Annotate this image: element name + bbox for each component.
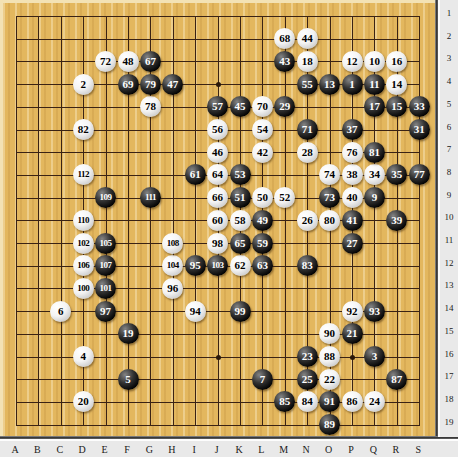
stone-O18: 91 bbox=[319, 391, 340, 412]
stone-L6: 54 bbox=[252, 119, 273, 140]
stone-O19: 89 bbox=[319, 414, 340, 435]
stone-K9: 51 bbox=[230, 187, 251, 208]
stone-G3: 67 bbox=[140, 51, 161, 72]
row-label-12: 12 bbox=[445, 258, 454, 268]
stone-S5: 33 bbox=[409, 96, 430, 117]
stone-D8: 112 bbox=[73, 164, 94, 185]
stone-N4: 55 bbox=[297, 74, 318, 95]
stone-M2: 68 bbox=[274, 28, 295, 49]
stone-D16: 4 bbox=[73, 346, 94, 367]
stone-O9: 73 bbox=[319, 187, 340, 208]
column-label-A: A bbox=[11, 444, 18, 455]
star-point bbox=[350, 355, 355, 360]
stone-L11: 59 bbox=[252, 233, 273, 254]
row-label-7: 7 bbox=[447, 144, 452, 154]
stone-N18: 84 bbox=[297, 391, 318, 412]
stone-E12: 107 bbox=[95, 255, 116, 276]
stone-C14: 6 bbox=[50, 301, 71, 322]
stone-Q9: 9 bbox=[364, 187, 385, 208]
stone-P11: 27 bbox=[342, 233, 363, 254]
stone-D11: 102 bbox=[73, 233, 94, 254]
stone-J7: 46 bbox=[207, 142, 228, 163]
stone-G5: 78 bbox=[140, 96, 161, 117]
stone-S6: 31 bbox=[409, 119, 430, 140]
stone-N12: 83 bbox=[297, 255, 318, 276]
stone-D6: 82 bbox=[73, 119, 94, 140]
stone-K11: 65 bbox=[230, 233, 251, 254]
stone-Q18: 24 bbox=[364, 391, 385, 412]
stone-L10: 49 bbox=[252, 210, 273, 231]
stone-K12: 62 bbox=[230, 255, 251, 276]
row-label-18: 18 bbox=[445, 394, 454, 404]
column-label-D: D bbox=[79, 444, 86, 455]
column-label-C: C bbox=[56, 444, 63, 455]
stone-Q4: 11 bbox=[364, 74, 385, 95]
row-coordinate-strip: 12345678910111213141516171819 bbox=[438, 0, 458, 437]
stone-D18: 20 bbox=[73, 391, 94, 412]
column-label-Q: Q bbox=[370, 444, 377, 455]
stone-D12: 106 bbox=[73, 255, 94, 276]
stone-R17: 87 bbox=[386, 369, 407, 390]
stone-D10: 110 bbox=[73, 210, 94, 231]
stone-O4: 13 bbox=[319, 74, 340, 95]
grid-line-vertical bbox=[285, 16, 286, 426]
column-label-F: F bbox=[124, 444, 130, 455]
grid-line-horizontal bbox=[16, 379, 420, 380]
star-point bbox=[216, 355, 221, 360]
stone-P3: 12 bbox=[342, 51, 363, 72]
stone-J6: 56 bbox=[207, 119, 228, 140]
row-label-19: 19 bbox=[445, 417, 454, 427]
row-label-13: 13 bbox=[445, 280, 454, 290]
stone-F15: 19 bbox=[118, 323, 139, 344]
column-label-R: R bbox=[392, 444, 399, 455]
grid-line-horizontal bbox=[16, 425, 420, 426]
go-board: 1234567910111213141516171819202122232425… bbox=[0, 0, 435, 436]
row-label-17: 17 bbox=[445, 371, 454, 381]
row-label-1: 1 bbox=[447, 8, 452, 18]
row-label-4: 4 bbox=[447, 76, 452, 86]
stone-G4: 79 bbox=[140, 74, 161, 95]
stone-H12: 104 bbox=[162, 255, 183, 276]
stone-K14: 99 bbox=[230, 301, 251, 322]
row-label-8: 8 bbox=[447, 167, 452, 177]
column-label-I: I bbox=[193, 444, 196, 455]
stone-P15: 21 bbox=[342, 323, 363, 344]
stone-M18: 85 bbox=[274, 391, 295, 412]
stone-I14: 94 bbox=[185, 301, 206, 322]
stone-Q14: 93 bbox=[364, 301, 385, 322]
row-label-11: 11 bbox=[445, 235, 454, 245]
stone-H13: 96 bbox=[162, 278, 183, 299]
row-label-15: 15 bbox=[445, 326, 454, 336]
column-label-M: M bbox=[279, 444, 288, 455]
stone-P18: 86 bbox=[342, 391, 363, 412]
stone-O17: 22 bbox=[319, 369, 340, 390]
stone-L9: 50 bbox=[252, 187, 273, 208]
stone-R3: 16 bbox=[386, 51, 407, 72]
stone-D13: 100 bbox=[73, 278, 94, 299]
stone-P9: 40 bbox=[342, 187, 363, 208]
column-label-O: O bbox=[325, 444, 332, 455]
column-label-J: J bbox=[215, 444, 219, 455]
stone-I12: 95 bbox=[185, 255, 206, 276]
stone-F3: 48 bbox=[118, 51, 139, 72]
stone-J8: 64 bbox=[207, 164, 228, 185]
column-label-N: N bbox=[303, 444, 310, 455]
stone-E11: 105 bbox=[95, 233, 116, 254]
go-diagram: 1234567910111213141516171819202122232425… bbox=[0, 0, 458, 457]
star-point bbox=[216, 82, 221, 87]
stone-J5: 57 bbox=[207, 96, 228, 117]
column-label-S: S bbox=[415, 444, 421, 455]
stone-O15: 90 bbox=[319, 323, 340, 344]
stone-F4: 69 bbox=[118, 74, 139, 95]
column-label-G: G bbox=[146, 444, 153, 455]
stone-J12: 103 bbox=[207, 255, 228, 276]
stone-Q16: 3 bbox=[364, 346, 385, 367]
stone-L17: 7 bbox=[252, 369, 273, 390]
stone-D4: 2 bbox=[73, 74, 94, 95]
stone-J11: 98 bbox=[207, 233, 228, 254]
stone-N17: 25 bbox=[297, 369, 318, 390]
stone-E13: 101 bbox=[95, 278, 116, 299]
stone-O16: 88 bbox=[319, 346, 340, 367]
stone-N7: 28 bbox=[297, 142, 318, 163]
column-label-L: L bbox=[258, 444, 264, 455]
row-label-14: 14 bbox=[445, 303, 454, 313]
stone-N2: 44 bbox=[297, 28, 318, 49]
stone-P8: 38 bbox=[342, 164, 363, 185]
column-label-K: K bbox=[235, 444, 242, 455]
stone-J10: 60 bbox=[207, 210, 228, 231]
column-coordinate-strip: ABCDEFGHIJKLMNOPQRS bbox=[0, 439, 458, 457]
stone-H11: 108 bbox=[162, 233, 183, 254]
stone-R10: 39 bbox=[386, 210, 407, 231]
stone-N10: 26 bbox=[297, 210, 318, 231]
grid-line-vertical bbox=[419, 16, 420, 426]
stone-L7: 42 bbox=[252, 142, 273, 163]
stone-N16: 23 bbox=[297, 346, 318, 367]
column-label-H: H bbox=[168, 444, 175, 455]
row-label-5: 5 bbox=[447, 99, 452, 109]
column-label-B: B bbox=[34, 444, 41, 455]
stone-O10: 80 bbox=[319, 210, 340, 231]
stone-F17: 5 bbox=[118, 369, 139, 390]
row-label-9: 9 bbox=[447, 190, 452, 200]
stone-S8: 77 bbox=[409, 164, 430, 185]
stone-Q5: 17 bbox=[364, 96, 385, 117]
stone-M3: 43 bbox=[274, 51, 295, 72]
stone-K5: 45 bbox=[230, 96, 251, 117]
stone-H4: 47 bbox=[162, 74, 183, 95]
stone-P6: 37 bbox=[342, 119, 363, 140]
stone-O8: 74 bbox=[319, 164, 340, 185]
row-label-6: 6 bbox=[447, 122, 452, 132]
stone-E3: 72 bbox=[95, 51, 116, 72]
stone-J9: 66 bbox=[207, 187, 228, 208]
stone-G9: 111 bbox=[140, 187, 161, 208]
stone-N3: 18 bbox=[297, 51, 318, 72]
stone-Q3: 10 bbox=[364, 51, 385, 72]
row-label-16: 16 bbox=[445, 349, 454, 359]
stone-N6: 71 bbox=[297, 119, 318, 140]
stone-E14: 97 bbox=[95, 301, 116, 322]
stone-Q7: 81 bbox=[364, 142, 385, 163]
stone-M5: 29 bbox=[274, 96, 295, 117]
stone-L12: 63 bbox=[252, 255, 273, 276]
stone-R5: 15 bbox=[386, 96, 407, 117]
stone-R8: 35 bbox=[386, 164, 407, 185]
stone-I8: 61 bbox=[185, 164, 206, 185]
column-label-P: P bbox=[348, 444, 354, 455]
stone-K10: 58 bbox=[230, 210, 251, 231]
row-label-2: 2 bbox=[447, 31, 452, 41]
column-label-E: E bbox=[102, 444, 108, 455]
stone-M9: 52 bbox=[274, 187, 295, 208]
stone-Q8: 34 bbox=[364, 164, 385, 185]
stone-E9: 109 bbox=[95, 187, 116, 208]
row-label-10: 10 bbox=[445, 212, 454, 222]
stone-K8: 53 bbox=[230, 164, 251, 185]
stone-P7: 76 bbox=[342, 142, 363, 163]
stone-R4: 14 bbox=[386, 74, 407, 95]
stone-L5: 70 bbox=[252, 96, 273, 117]
stone-P4: 1 bbox=[342, 74, 363, 95]
stone-P10: 41 bbox=[342, 210, 363, 231]
row-label-3: 3 bbox=[447, 53, 452, 63]
stone-P14: 92 bbox=[342, 301, 363, 322]
